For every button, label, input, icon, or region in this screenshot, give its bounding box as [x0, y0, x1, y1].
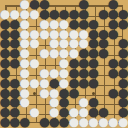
board-cell[interactable] — [98, 89, 108, 99]
board-cell[interactable]: ● — [89, 79, 99, 89]
board-cell[interactable] — [30, 89, 40, 99]
board-cell[interactable]: ● — [39, 30, 49, 40]
board-cell[interactable]: ● — [30, 39, 40, 49]
board-cell[interactable] — [108, 39, 118, 49]
board-cell[interactable]: ● — [30, 59, 40, 69]
white-stone-icon: ● — [39, 48, 49, 60]
black-stone-icon: ● — [39, 117, 49, 128]
black-stone-icon: ● — [19, 117, 29, 128]
star-point-icon — [33, 92, 36, 95]
board-cell[interactable]: ● — [39, 118, 49, 128]
board-cell[interactable]: ● — [108, 89, 118, 99]
board-cell[interactable]: ● — [79, 79, 89, 89]
board-cell[interactable]: ● — [30, 79, 40, 89]
white-stone-icon: ● — [39, 28, 49, 40]
white-stone-icon: ● — [69, 117, 79, 128]
board-cell[interactable]: ● — [20, 118, 30, 128]
white-stone-icon: ● — [29, 107, 39, 119]
board-cell[interactable]: ● — [98, 118, 108, 128]
board-cell[interactable]: ● — [30, 10, 40, 20]
board-cell[interactable] — [30, 118, 40, 128]
board-cell[interactable]: ● — [79, 118, 89, 128]
black-stone-icon: ● — [88, 77, 98, 89]
board-cell[interactable]: ● — [108, 69, 118, 79]
go-board-stones-layer: ●●●●●●●●●●●●●●●●●●●●●●●●●●●●●●●●●●●●●●●●… — [0, 0, 128, 128]
white-stone-icon: ● — [29, 38, 39, 50]
board-cell[interactable] — [98, 69, 108, 79]
board-cell[interactable]: ● — [49, 49, 59, 59]
board-cell[interactable]: ● — [49, 118, 59, 128]
board-cell[interactable]: ● — [118, 118, 128, 128]
board-cell[interactable] — [89, 0, 99, 10]
board-cell[interactable]: ● — [39, 49, 49, 59]
board-cell[interactable]: ● — [69, 118, 79, 128]
black-stone-icon: ● — [10, 58, 20, 70]
black-stone-icon: ● — [0, 117, 10, 128]
white-stone-icon: ● — [118, 117, 128, 128]
board-cell[interactable]: ● — [39, 89, 49, 99]
board-cell[interactable] — [39, 98, 49, 108]
white-stone-icon: ● — [29, 77, 39, 89]
board-cell[interactable]: ● — [30, 108, 40, 118]
white-stone-icon: ● — [98, 117, 108, 128]
black-stone-icon: ● — [10, 117, 20, 128]
white-stone-icon: ● — [39, 87, 49, 99]
black-stone-icon: ● — [118, 18, 128, 30]
board-cell[interactable]: ● — [10, 59, 20, 69]
white-stone-icon: ● — [19, 97, 29, 109]
black-stone-icon: ● — [59, 117, 69, 128]
board-cell[interactable]: ● — [20, 98, 30, 108]
white-stone-icon: ● — [29, 8, 39, 20]
white-stone-icon: ● — [79, 117, 89, 128]
board-cell[interactable]: ● — [0, 118, 10, 128]
black-stone-icon: ● — [49, 117, 59, 128]
white-stone-icon: ● — [49, 48, 59, 60]
board-cell[interactable] — [108, 98, 118, 108]
board-cell[interactable]: ● — [98, 49, 108, 59]
black-stone-icon: ● — [79, 77, 89, 89]
black-stone-icon: ● — [108, 87, 118, 99]
board-cell[interactable]: ● — [10, 118, 20, 128]
board-cell[interactable]: ● — [118, 20, 128, 30]
black-stone-icon: ● — [108, 67, 118, 79]
board-cell[interactable]: ● — [98, 10, 108, 20]
black-stone-icon: ● — [98, 48, 108, 60]
board-cell[interactable]: ● — [108, 30, 118, 40]
board-cell[interactable]: ● — [69, 89, 79, 99]
white-stone-icon: ● — [108, 117, 118, 128]
board-cell[interactable]: ● — [59, 118, 69, 128]
white-stone-icon: ● — [88, 117, 98, 128]
black-stone-icon: ● — [108, 28, 118, 40]
board-cell[interactable]: ● — [89, 118, 99, 128]
board-cell[interactable] — [98, 79, 108, 89]
black-stone-icon: ● — [98, 8, 108, 20]
go-board: ●●●●●●●●●●●●●●●●●●●●●●●●●●●●●●●●●●●●●●●●… — [0, 0, 128, 128]
white-stone-icon: ● — [29, 58, 39, 70]
black-stone-icon: ● — [69, 87, 79, 99]
board-cell[interactable]: ● — [108, 118, 118, 128]
board-cell[interactable] — [98, 59, 108, 69]
